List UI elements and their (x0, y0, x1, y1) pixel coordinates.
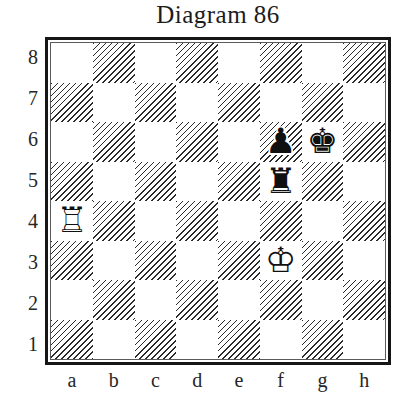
square-f6: ♟ (260, 122, 302, 162)
square-d6 (176, 122, 218, 162)
file-label-h: h (343, 366, 385, 394)
file-label-a: a (51, 366, 93, 394)
square-c5 (135, 162, 177, 202)
chess-board: ♟♚♜♖♔ (45, 37, 391, 365)
square-b3 (93, 241, 135, 281)
square-e7 (218, 83, 260, 123)
square-f2 (260, 280, 302, 320)
square-c1 (135, 320, 177, 360)
square-d3 (176, 241, 218, 281)
square-e3 (218, 241, 260, 281)
square-c6 (135, 122, 177, 162)
square-d4 (176, 201, 218, 241)
file-label-f: f (260, 366, 302, 394)
rank-labels: 87654321 (20, 37, 46, 365)
file-label-e: e (218, 366, 260, 394)
black-king-icon: ♚ (307, 124, 338, 159)
square-f8 (260, 43, 302, 83)
square-d8 (176, 43, 218, 83)
square-c4 (135, 201, 177, 241)
square-h8 (343, 43, 385, 83)
square-e5 (218, 162, 260, 202)
square-f7 (260, 83, 302, 123)
square-b2 (93, 280, 135, 320)
square-g8 (302, 43, 344, 83)
diagram-title: Diagram 86 (45, 1, 391, 29)
white-rook-icon: ♖ (56, 203, 87, 238)
square-g6: ♚ (302, 122, 344, 162)
square-a7 (51, 83, 93, 123)
rank-label-3: 3 (20, 242, 46, 283)
square-h6 (343, 122, 385, 162)
square-c8 (135, 43, 177, 83)
square-g3 (302, 241, 344, 281)
board-squares: ♟♚♜♖♔ (50, 42, 386, 360)
black-rook-icon: ♜ (265, 164, 296, 199)
square-b7 (93, 83, 135, 123)
rank-label-2: 2 (20, 283, 46, 324)
square-a2 (51, 280, 93, 320)
rank-label-5: 5 (20, 160, 46, 201)
square-c7 (135, 83, 177, 123)
square-g1 (302, 320, 344, 360)
square-a5 (51, 162, 93, 202)
square-e1 (218, 320, 260, 360)
square-a3 (51, 241, 93, 281)
square-c3 (135, 241, 177, 281)
square-b1 (93, 320, 135, 360)
rank-label-1: 1 (20, 324, 46, 365)
square-g5 (302, 162, 344, 202)
rank-label-4: 4 (20, 201, 46, 242)
square-h2 (343, 280, 385, 320)
file-label-b: b (93, 366, 135, 394)
square-h7 (343, 83, 385, 123)
square-c2 (135, 280, 177, 320)
square-a6 (51, 122, 93, 162)
white-king-icon: ♔ (265, 243, 296, 278)
square-b5 (93, 162, 135, 202)
rank-label-7: 7 (20, 78, 46, 119)
square-f4 (260, 201, 302, 241)
file-label-g: g (302, 366, 344, 394)
square-g7 (302, 83, 344, 123)
square-a4: ♖ (51, 201, 93, 241)
square-a8 (51, 43, 93, 83)
black-pawn-icon: ♟ (265, 124, 296, 159)
file-label-c: c (135, 366, 177, 394)
square-b6 (93, 122, 135, 162)
file-label-d: d (176, 366, 218, 394)
square-h3 (343, 241, 385, 281)
square-h5 (343, 162, 385, 202)
file-labels: abcdefgh (45, 366, 391, 394)
square-e2 (218, 280, 260, 320)
square-e6 (218, 122, 260, 162)
square-h4 (343, 201, 385, 241)
square-f1 (260, 320, 302, 360)
square-d5 (176, 162, 218, 202)
square-d2 (176, 280, 218, 320)
square-b8 (93, 43, 135, 83)
rank-label-6: 6 (20, 119, 46, 160)
square-h1 (343, 320, 385, 360)
square-b4 (93, 201, 135, 241)
square-d7 (176, 83, 218, 123)
square-f5: ♜ (260, 162, 302, 202)
square-e8 (218, 43, 260, 83)
square-f3: ♔ (260, 241, 302, 281)
square-a1 (51, 320, 93, 360)
square-d1 (176, 320, 218, 360)
rank-label-8: 8 (20, 37, 46, 78)
square-e4 (218, 201, 260, 241)
square-g4 (302, 201, 344, 241)
square-g2 (302, 280, 344, 320)
